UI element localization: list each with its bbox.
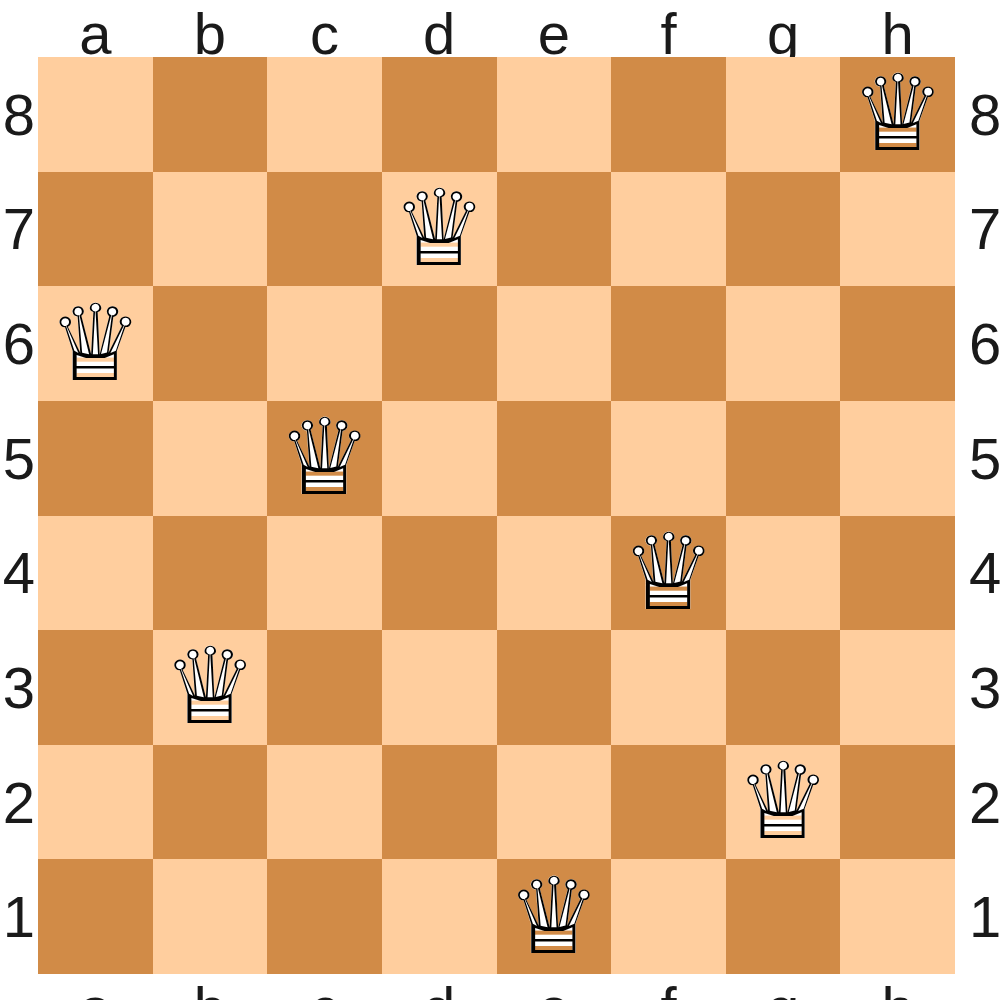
piece-outline-glyph: ♕ xyxy=(850,61,945,167)
square-a2 xyxy=(38,745,153,860)
square-f3 xyxy=(611,630,726,745)
square-e8 xyxy=(497,57,612,172)
piece-fill-glyph: ♛ xyxy=(621,520,716,626)
file-label-f: f xyxy=(611,974,726,1000)
square-e3 xyxy=(497,630,612,745)
file-label-a: a xyxy=(38,974,153,1000)
square-f7 xyxy=(611,172,726,287)
square-b8 xyxy=(153,57,268,172)
piece-fill-glyph: ♛ xyxy=(162,634,257,740)
piece-outline-glyph: ♕ xyxy=(736,749,831,855)
piece-outline-glyph: ♕ xyxy=(277,405,372,511)
rank-label-2: 2 xyxy=(0,745,38,860)
square-a1 xyxy=(38,859,153,974)
square-d2 xyxy=(382,745,497,860)
square-b7 xyxy=(153,172,268,287)
white-queen: ♛♕ xyxy=(726,745,841,860)
file-label-c: c xyxy=(267,974,382,1000)
piece-outline-glyph: ♕ xyxy=(506,864,601,970)
piece-outline-glyph: ♕ xyxy=(162,634,257,740)
square-b3: ♛♕ xyxy=(153,630,268,745)
square-c5: ♛♕ xyxy=(267,401,382,516)
rank-label-8: 8 xyxy=(0,57,38,172)
square-f5 xyxy=(611,401,726,516)
white-queen: ♛♕ xyxy=(153,630,268,745)
square-g4 xyxy=(726,516,841,631)
square-a4 xyxy=(38,516,153,631)
square-h3 xyxy=(840,630,955,745)
square-b2 xyxy=(153,745,268,860)
square-d6 xyxy=(382,286,497,401)
rank-label-4: 4 xyxy=(0,516,38,631)
file-label-h: h xyxy=(840,974,955,1000)
square-d4 xyxy=(382,516,497,631)
square-c3 xyxy=(267,630,382,745)
square-d3 xyxy=(382,630,497,745)
rank-label-4: 4 xyxy=(955,516,1000,631)
square-d8 xyxy=(382,57,497,172)
piece-fill-glyph: ♛ xyxy=(392,176,487,282)
square-e4 xyxy=(497,516,612,631)
rank-label-1: 1 xyxy=(955,859,1000,974)
square-f4: ♛♕ xyxy=(611,516,726,631)
piece-fill-glyph: ♛ xyxy=(506,864,601,970)
white-queen: ♛♕ xyxy=(382,172,497,287)
square-f8 xyxy=(611,57,726,172)
square-a8 xyxy=(38,57,153,172)
square-g3 xyxy=(726,630,841,745)
square-f1 xyxy=(611,859,726,974)
rank-label-3: 3 xyxy=(955,630,1000,745)
white-queen: ♛♕ xyxy=(267,401,382,516)
square-h6 xyxy=(840,286,955,401)
white-queen: ♛♕ xyxy=(840,57,955,172)
square-h1 xyxy=(840,859,955,974)
square-g8 xyxy=(726,57,841,172)
square-e5 xyxy=(497,401,612,516)
square-c2 xyxy=(267,745,382,860)
file-label-g: g xyxy=(726,974,841,1000)
square-e7 xyxy=(497,172,612,287)
rank-labels-left: 87654321 xyxy=(0,57,38,974)
file-labels-top: abcdefgh xyxy=(38,0,955,57)
square-b4 xyxy=(153,516,268,631)
rank-label-6: 6 xyxy=(0,286,38,401)
square-c8 xyxy=(267,57,382,172)
piece-outline-glyph: ♕ xyxy=(392,176,487,282)
square-e1: ♛♕ xyxy=(497,859,612,974)
rank-label-7: 7 xyxy=(0,172,38,287)
chess-board: ♛♕♛♕♛♕♛♕♛♕♛♕♛♕♛♕ xyxy=(38,57,955,974)
square-h2 xyxy=(840,745,955,860)
piece-fill-glyph: ♛ xyxy=(736,749,831,855)
piece-fill-glyph: ♛ xyxy=(277,405,372,511)
square-a7 xyxy=(38,172,153,287)
square-b6 xyxy=(153,286,268,401)
square-c1 xyxy=(267,859,382,974)
rank-label-8: 8 xyxy=(955,57,1000,172)
rank-label-7: 7 xyxy=(955,172,1000,287)
eight-queens-chess-diagram: abcdefgh 87654321 ♛♕♛♕♛♕♛♕♛♕♛♕♛♕♛♕ 87654… xyxy=(0,0,1000,1000)
square-h7 xyxy=(840,172,955,287)
white-queen: ♛♕ xyxy=(611,516,726,631)
rank-labels-right: 87654321 xyxy=(955,57,1000,974)
square-g7 xyxy=(726,172,841,287)
white-queen: ♛♕ xyxy=(497,859,612,974)
square-h8: ♛♕ xyxy=(840,57,955,172)
rank-label-6: 6 xyxy=(955,286,1000,401)
square-d1 xyxy=(382,859,497,974)
file-label-d: d xyxy=(382,974,497,1000)
square-d5 xyxy=(382,401,497,516)
square-h4 xyxy=(840,516,955,631)
square-c4 xyxy=(267,516,382,631)
square-g1 xyxy=(726,859,841,974)
rank-label-5: 5 xyxy=(0,401,38,516)
square-d7: ♛♕ xyxy=(382,172,497,287)
square-b1 xyxy=(153,859,268,974)
square-e6 xyxy=(497,286,612,401)
square-g6 xyxy=(726,286,841,401)
square-c7 xyxy=(267,172,382,287)
square-a3 xyxy=(38,630,153,745)
rank-label-3: 3 xyxy=(0,630,38,745)
white-queen: ♛♕ xyxy=(38,286,153,401)
piece-fill-glyph: ♛ xyxy=(48,291,143,397)
rank-label-2: 2 xyxy=(955,745,1000,860)
square-f6 xyxy=(611,286,726,401)
rank-label-1: 1 xyxy=(0,859,38,974)
square-g5 xyxy=(726,401,841,516)
square-a5 xyxy=(38,401,153,516)
rank-label-5: 5 xyxy=(955,401,1000,516)
file-label-e: e xyxy=(497,974,612,1000)
square-h5 xyxy=(840,401,955,516)
file-labels-bottom: abcdefgh xyxy=(38,974,955,1000)
square-c6 xyxy=(267,286,382,401)
file-label-b: b xyxy=(153,974,268,1000)
square-a6: ♛♕ xyxy=(38,286,153,401)
square-e2 xyxy=(497,745,612,860)
square-b5 xyxy=(153,401,268,516)
square-f2 xyxy=(611,745,726,860)
piece-outline-glyph: ♕ xyxy=(621,520,716,626)
piece-outline-glyph: ♕ xyxy=(48,291,143,397)
piece-fill-glyph: ♛ xyxy=(850,61,945,167)
square-g2: ♛♕ xyxy=(726,745,841,860)
